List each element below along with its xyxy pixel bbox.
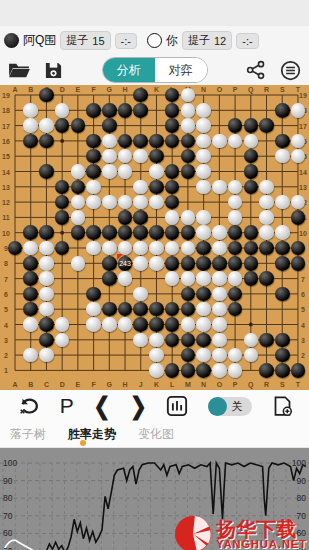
next-move-icon[interactable]: ❯ [130, 392, 147, 421]
black-stone[interactable] [181, 363, 196, 378]
white-timer-badge: -:- [236, 33, 258, 49]
coord-letter: B [28, 86, 33, 93]
black-stone[interactable] [228, 256, 243, 271]
coord-number: 18 [2, 107, 10, 114]
black-stone[interactable] [39, 88, 54, 103]
white-stone[interactable] [165, 210, 180, 225]
black-stone[interactable] [102, 225, 117, 240]
coord-number: 4 [4, 321, 8, 328]
coord-letter: K [154, 86, 159, 93]
black-stone[interactable] [23, 256, 38, 271]
coord-letter: E [76, 86, 81, 93]
watermark-title: 扬华下载 [216, 519, 307, 539]
white-stone[interactable] [133, 180, 148, 195]
black-stone[interactable] [228, 118, 243, 133]
white-stone[interactable] [181, 103, 196, 118]
black-stone[interactable] [212, 256, 227, 271]
white-stone[interactable] [181, 317, 196, 332]
white-stone[interactable] [39, 348, 54, 363]
white-stone[interactable] [275, 225, 290, 240]
black-stone[interactable] [196, 333, 211, 348]
coord-number: 4 [301, 321, 305, 328]
coord-number: 5 [301, 306, 305, 313]
analysis-mode-button[interactable]: 分析 [103, 58, 155, 82]
bottom-toolbar: P ❮ ❯ 关 [0, 390, 309, 422]
white-stone[interactable] [181, 210, 196, 225]
black-stone[interactable] [86, 103, 101, 118]
coord-number: 11 [2, 214, 9, 221]
black-stone[interactable] [196, 363, 211, 378]
black-stone[interactable] [149, 225, 164, 240]
white-stone[interactable] [71, 256, 86, 271]
save-icon[interactable] [44, 61, 63, 80]
white-stone[interactable] [228, 210, 243, 225]
status-bar [0, 0, 309, 26]
coord-number: 13 [2, 183, 10, 190]
black-stone[interactable] [291, 256, 306, 271]
coord-number: 2 [4, 352, 8, 359]
ai-switch[interactable]: 关 [208, 397, 252, 416]
black-stone[interactable] [181, 164, 196, 179]
y-tick-label: 100 [292, 458, 306, 468]
y-tick-label: 60 [3, 528, 12, 538]
black-stone[interactable] [165, 164, 180, 179]
switch-knob [208, 397, 227, 416]
watermark-logo [174, 515, 212, 550]
y-tick-label: 70 [3, 511, 12, 521]
black-stone[interactable] [118, 103, 133, 118]
black-stone[interactable] [102, 302, 117, 317]
black-stone[interactable] [275, 241, 290, 256]
coord-letter: R [264, 381, 269, 388]
black-stone[interactable] [71, 180, 86, 195]
black-stone[interactable] [86, 225, 101, 240]
coord-number: 3 [301, 336, 305, 343]
black-stone[interactable] [71, 225, 86, 240]
coord-number: 17 [2, 122, 10, 129]
black-stone[interactable] [181, 256, 196, 271]
black-timer-badge: -:- [115, 33, 137, 49]
switch-label: 关 [231, 399, 242, 414]
black-stone[interactable] [39, 333, 54, 348]
black-stone[interactable] [23, 134, 38, 149]
white-stone[interactable] [212, 271, 227, 286]
prev-move-icon[interactable]: ❮ [93, 392, 110, 421]
go-board[interactable]: AABBCCDDEEFFGGHHJJKKLLMMNNOOPPQQRRSSTT19… [0, 85, 309, 390]
black-stone[interactable] [244, 271, 259, 286]
black-stone[interactable] [259, 363, 274, 378]
white-stone[interactable] [102, 164, 117, 179]
black-stone[interactable] [244, 164, 259, 179]
black-stone[interactable] [149, 180, 164, 195]
coord-number: 17 [299, 122, 307, 129]
white-stone[interactable] [55, 103, 70, 118]
coord-number: 5 [4, 306, 8, 313]
white-stone[interactable] [23, 317, 38, 332]
y-tick-label: 80 [297, 493, 306, 503]
white-stone[interactable] [196, 225, 211, 240]
black-captures-badge: 提子15 [60, 31, 110, 50]
black-stone[interactable] [39, 317, 54, 332]
white-stone[interactable] [133, 287, 148, 302]
black-stone[interactable] [23, 225, 38, 240]
black-stone[interactable] [86, 287, 101, 302]
black-stone[interactable] [165, 363, 180, 378]
coord-number: 15 [2, 153, 10, 160]
coord-letter: O [217, 381, 222, 388]
white-stone[interactable] [196, 134, 211, 149]
player-info-row: 阿Q围 提子15 -:- 你 提子12 -:- [0, 26, 309, 55]
white-stone[interactable] [228, 271, 243, 286]
white-stone[interactable] [212, 287, 227, 302]
black-stone[interactable] [55, 210, 70, 225]
black-stone[interactable] [133, 134, 148, 149]
white-stone[interactable] [149, 333, 164, 348]
action-row: 分析 对弈 [0, 55, 309, 85]
white-stone[interactable] [212, 225, 227, 240]
white-player-icon [147, 33, 162, 48]
white-stone[interactable] [196, 210, 211, 225]
white-stone[interactable] [39, 241, 54, 256]
coord-number: 7 [4, 275, 8, 282]
coord-letter: E [76, 381, 81, 388]
y-tick-label: 80 [3, 493, 12, 503]
white-stone[interactable] [149, 348, 164, 363]
coord-letter: B [28, 381, 33, 388]
black-stone[interactable] [259, 271, 274, 286]
black-stone[interactable] [181, 225, 196, 240]
coord-number: 12 [2, 199, 10, 206]
coord-letter: A [12, 381, 17, 388]
black-stone[interactable] [275, 134, 290, 149]
coord-letter: N [201, 86, 206, 93]
coord-number: 7 [301, 275, 305, 282]
coord-letter: F [91, 381, 95, 388]
white-stone[interactable] [212, 180, 227, 195]
white-stone[interactable] [102, 241, 117, 256]
black-stone[interactable] [39, 134, 54, 149]
coord-letter: F [91, 86, 95, 93]
coord-number: 6 [301, 290, 305, 297]
black-stone[interactable]: 243 [118, 256, 133, 271]
coord-number: 16 [2, 137, 10, 144]
coord-letter: H [123, 381, 128, 388]
white-stone[interactable] [212, 348, 227, 363]
y-tick-label: 50 [3, 546, 12, 550]
black-stone[interactable] [102, 271, 117, 286]
white-stone[interactable] [39, 302, 54, 317]
black-stone[interactable] [149, 302, 164, 317]
white-stone[interactable] [149, 241, 164, 256]
coord-number: 19 [2, 92, 10, 99]
white-stone[interactable] [149, 195, 164, 210]
white-stone[interactable] [244, 134, 259, 149]
black-stone[interactable] [275, 256, 290, 271]
white-stone[interactable] [275, 195, 290, 210]
move-number-label: 243 [118, 256, 133, 271]
white-stone[interactable] [39, 118, 54, 133]
coord-letter: L [170, 381, 174, 388]
white-stone[interactable] [228, 363, 243, 378]
black-stone[interactable] [149, 149, 164, 164]
black-stone[interactable] [275, 348, 290, 363]
coord-number: 8 [4, 260, 8, 267]
tab-variation[interactable]: 变化图 [138, 426, 174, 443]
coord-number: 3 [4, 336, 8, 343]
white-stone[interactable] [181, 118, 196, 133]
coord-number: 2 [301, 352, 305, 359]
coord-letter: O [217, 86, 222, 93]
white-stone[interactable] [196, 271, 211, 286]
white-stone[interactable] [23, 241, 38, 256]
black-stone[interactable] [275, 287, 290, 302]
white-stone[interactable] [196, 317, 211, 332]
black-stone[interactable] [71, 118, 86, 133]
white-stone[interactable] [259, 210, 274, 225]
black-stone[interactable] [102, 103, 117, 118]
undo-icon[interactable] [16, 395, 40, 417]
tab-move-tree[interactable]: 落子树 [10, 426, 46, 443]
coord-letter: K [154, 381, 159, 388]
black-stone[interactable] [291, 363, 306, 378]
black-stone[interactable] [23, 287, 38, 302]
white-stone[interactable] [133, 333, 148, 348]
coord-letter: R [264, 86, 269, 93]
coord-letter: P [233, 86, 238, 93]
black-stone[interactable] [275, 363, 290, 378]
top-bar: 阿Q围 提子15 -:- 你 提子12 -:- 分析 对弈 [0, 26, 309, 85]
coord-letter: Q [248, 381, 253, 388]
y-tick-label: 100 [3, 458, 17, 468]
black-player-name: 阿Q围 [23, 32, 56, 49]
white-stone[interactable] [196, 180, 211, 195]
white-stone[interactable] [118, 271, 133, 286]
watermark: 扬华下载 YANGHUA.NET [174, 515, 307, 550]
white-stone[interactable] [149, 164, 164, 179]
coord-letter: G [107, 86, 112, 93]
tab-winrate-trend[interactable]: 胜率走势 [68, 426, 116, 443]
coord-number: 1 [4, 367, 8, 374]
black-stone[interactable] [165, 317, 180, 332]
coord-letter: S [280, 86, 285, 93]
white-stone[interactable] [212, 317, 227, 332]
coord-letter: M [185, 381, 191, 388]
white-stone[interactable] [102, 134, 117, 149]
black-stone[interactable] [39, 164, 54, 179]
black-stone[interactable] [196, 256, 211, 271]
coord-number: 10 [2, 229, 10, 236]
coord-number: 10 [299, 229, 307, 236]
black-stone[interactable] [291, 210, 306, 225]
coord-letter: G [107, 381, 112, 388]
black-player-icon [4, 33, 19, 48]
pass-icon[interactable]: P [60, 394, 74, 418]
white-stone[interactable] [118, 317, 133, 332]
share-icon[interactable] [246, 60, 266, 80]
black-stone[interactable] [133, 103, 148, 118]
coord-letter: D [60, 86, 65, 93]
white-stone[interactable] [291, 103, 306, 118]
white-stone[interactable] [244, 333, 259, 348]
black-stone[interactable] [23, 271, 38, 286]
white-stone[interactable] [86, 241, 101, 256]
black-stone[interactable] [259, 118, 274, 133]
black-stone[interactable] [133, 210, 148, 225]
menu-icon[interactable] [280, 60, 301, 81]
tab-bar: 落子树 胜率走势 变化图 [0, 422, 309, 448]
white-stone[interactable] [133, 256, 148, 271]
white-stone[interactable] [86, 317, 101, 332]
white-stone[interactable] [102, 317, 117, 332]
coord-letter: S [280, 381, 285, 388]
white-stone[interactable] [102, 195, 117, 210]
winrate-chart: 10010090908080707060605050 扬华下载 YANGHUA.… [0, 448, 309, 550]
white-stone[interactable] [118, 164, 133, 179]
coord-number: 14 [299, 168, 307, 175]
black-stone[interactable] [259, 333, 274, 348]
white-stone[interactable] [259, 195, 274, 210]
coord-letter: H [123, 86, 128, 93]
white-player-name: 你 [166, 32, 178, 49]
coord-number: 14 [2, 168, 10, 175]
black-stone[interactable] [181, 333, 196, 348]
white-stone[interactable] [71, 210, 86, 225]
black-stone[interactable] [86, 134, 101, 149]
black-stone[interactable] [196, 241, 211, 256]
black-stone[interactable] [149, 317, 164, 332]
black-stone[interactable] [244, 180, 259, 195]
new-doc-icon[interactable] [272, 395, 293, 417]
black-stone[interactable] [165, 103, 180, 118]
white-stone[interactable] [39, 271, 54, 286]
white-stone[interactable] [39, 256, 54, 271]
black-stone[interactable] [244, 256, 259, 271]
white-stone[interactable] [86, 180, 101, 195]
coord-letter: C [44, 381, 49, 388]
coord-letter: J [139, 381, 143, 388]
active-tab-indicator [80, 440, 86, 446]
white-stone[interactable] [212, 333, 227, 348]
black-stone[interactable] [149, 134, 164, 149]
black-stone[interactable] [133, 225, 148, 240]
mode-toggle: 分析 对弈 [102, 57, 208, 83]
coord-letter: Q [248, 86, 253, 93]
coord-letter: N [201, 381, 206, 388]
white-stone[interactable] [149, 256, 164, 271]
coord-number: 19 [299, 92, 307, 99]
black-stone[interactable] [102, 256, 117, 271]
black-stone[interactable] [39, 225, 54, 240]
y-tick-label: 90 [297, 476, 306, 486]
white-stone[interactable] [212, 302, 227, 317]
white-stone[interactable] [212, 134, 227, 149]
coord-letter: A [12, 86, 17, 93]
white-stone[interactable] [86, 195, 101, 210]
white-stone[interactable] [71, 164, 86, 179]
white-captures-badge: 提子12 [182, 31, 232, 50]
white-stone[interactable] [55, 317, 70, 332]
coord-number: 13 [299, 183, 307, 190]
black-stone[interactable] [165, 256, 180, 271]
black-stone[interactable] [259, 241, 274, 256]
white-stone[interactable] [212, 241, 227, 256]
black-stone[interactable] [244, 118, 259, 133]
white-stone[interactable] [196, 164, 211, 179]
coord-letter: D [60, 381, 65, 388]
black-stone[interactable] [275, 333, 290, 348]
black-stone[interactable] [133, 317, 148, 332]
coord-letter: T [296, 381, 300, 388]
coord-number: 6 [4, 290, 8, 297]
white-stone[interactable] [23, 118, 38, 133]
play-mode-button[interactable]: 对弈 [155, 58, 207, 82]
white-stone[interactable] [196, 118, 211, 133]
white-stone[interactable] [23, 103, 38, 118]
watermark-url: YANGHUA.NET [216, 539, 307, 550]
white-stone[interactable] [259, 225, 274, 240]
black-stone[interactable] [86, 164, 101, 179]
chart-icon[interactable] [166, 395, 188, 417]
white-stone[interactable] [149, 363, 164, 378]
white-stone[interactable] [181, 271, 196, 286]
y-tick-label: 90 [3, 476, 12, 486]
black-stone[interactable] [118, 210, 133, 225]
white-stone[interactable] [196, 103, 211, 118]
open-folder-icon[interactable] [8, 61, 30, 79]
white-stone[interactable] [259, 180, 274, 195]
white-stone[interactable] [102, 149, 117, 164]
coord-letter: P [233, 381, 238, 388]
white-stone[interactable] [39, 287, 54, 302]
white-stone[interactable] [212, 363, 227, 378]
black-stone[interactable] [196, 287, 211, 302]
black-stone[interactable] [244, 225, 259, 240]
white-stone[interactable] [275, 149, 290, 164]
black-stone[interactable] [275, 103, 290, 118]
black-stone[interactable] [102, 118, 117, 133]
